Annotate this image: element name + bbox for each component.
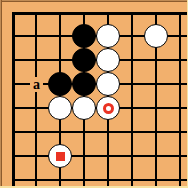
stone-white <box>96 48 120 72</box>
grid-line-horizontal <box>12 12 188 15</box>
square-marker-icon <box>56 152 65 161</box>
stone-white <box>72 96 96 120</box>
stone-white-square-marked <box>48 144 72 168</box>
stone-white <box>96 72 120 96</box>
grid-line-horizontal <box>12 131 188 133</box>
board-frame-right <box>187 0 188 188</box>
point-label-a: a <box>30 77 43 92</box>
go-board: a <box>0 0 188 188</box>
stone-black <box>72 48 96 72</box>
stone-white <box>96 24 120 48</box>
grid-line-vertical <box>179 12 181 188</box>
stone-white <box>48 96 72 120</box>
grid-line-vertical <box>12 12 15 188</box>
stone-white-circle-marked <box>96 96 120 120</box>
grid-line-vertical <box>35 12 37 188</box>
grid-line-horizontal <box>12 155 188 157</box>
board-frame-left-inner <box>1 0 2 188</box>
go-diagram: a <box>0 0 188 188</box>
grid-line-horizontal <box>12 179 188 181</box>
board-frame-bottom <box>0 186 188 188</box>
stone-black <box>48 72 72 96</box>
grid-line-vertical <box>131 12 133 188</box>
stone-white <box>144 24 168 48</box>
stone-black <box>72 72 96 96</box>
circle-marker-icon <box>103 103 114 114</box>
board-frame-top-inner <box>0 1 188 2</box>
stone-black <box>72 24 96 48</box>
